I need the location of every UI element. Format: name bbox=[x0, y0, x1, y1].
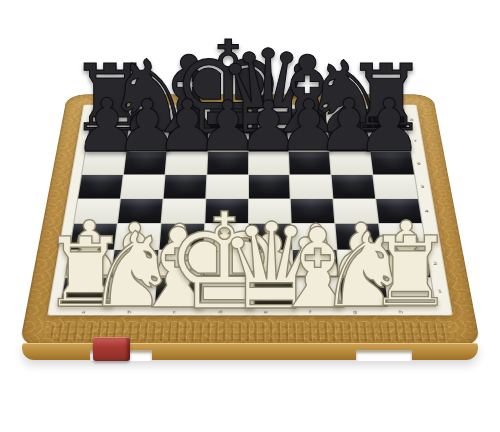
pieces-layer: ♜♞♝♚♛♝♞♜♟♟♟♟♟♟♟♟♟♟♟♟♟♟♟♟♜♞♝♚♛♝♞♜ bbox=[0, 0, 500, 432]
piece-white-rook[interactable]: ♜ bbox=[367, 225, 453, 321]
piece-black-pawn[interactable]: ♟ bbox=[356, 89, 422, 162]
product-photo-background: 87654321 abcdefgh ♜♞♝♚♛♝♞♜♟♟♟♟♟♟♟♟♟♟♟♟♟♟… bbox=[0, 0, 500, 432]
